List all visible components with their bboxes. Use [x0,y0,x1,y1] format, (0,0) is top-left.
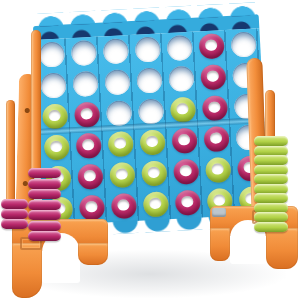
cell-r5c6 [201,154,235,187]
spare-ring-green [254,212,288,222]
cell-r1c6 [194,30,228,63]
disc-magenta [200,64,226,90]
cell-r2c2 [68,68,102,101]
disc-green [139,129,165,155]
empty-hole [40,72,66,98]
board-face [34,28,269,226]
spare-ring-magenta [28,221,61,231]
spare-ring-green [254,184,288,194]
cell-r4c5 [167,124,201,157]
disc-magenta [203,126,229,152]
cell-r2c5 [164,63,198,96]
disc-magenta [74,102,100,128]
disc-green [109,162,135,188]
spare-ring-green [254,193,288,203]
cell-r1c7 [226,28,260,61]
empty-hole [168,66,194,92]
cell-r4c2 [71,130,105,163]
disc-green [142,191,168,217]
cell-r4c4 [135,126,169,159]
spare-ring-magenta [28,179,61,189]
disc-green [42,103,68,129]
cell-r4c3 [103,128,137,161]
spare-ring-magenta [28,200,61,210]
spare-ring-green [254,203,288,213]
cell-r5c5 [169,155,203,188]
spare-ring-green [254,155,288,165]
cell-r2c1 [36,69,70,102]
spare-ring-magenta [1,219,28,229]
cell-r2c6 [196,61,230,94]
disc-green [205,157,231,183]
cell-r6c4 [139,188,173,221]
empty-hole [102,38,128,64]
spare-ring-magenta [28,168,61,178]
empty-hole [230,31,256,57]
disc-green [169,97,195,123]
empty-hole [105,100,131,126]
empty-hole [166,35,192,61]
left-leg-front-foot [12,243,42,298]
disc-magenta [173,159,199,185]
spare-ring-green [254,222,288,232]
spare-ring-magenta [1,209,28,219]
spare-ring-green [254,165,288,175]
empty-hole [104,69,130,95]
cell-r4c6 [199,123,233,156]
disc-magenta [201,95,227,121]
cell-r5c3 [105,159,139,192]
disc-magenta [77,164,103,190]
spare-ring-green [254,136,288,146]
empty-hole [134,36,160,62]
product-photo-stage [0,0,300,300]
empty-hole [38,41,64,67]
disc-magenta [198,33,224,59]
empty-hole [136,67,162,93]
empty-hole [72,71,98,97]
right-leg-back-foot [266,228,298,269]
left-front-spare-peg [31,30,41,176]
cell-r5c4 [137,157,171,190]
cell-r5c2 [73,160,107,193]
disc-magenta [75,133,101,159]
cell-r4c1 [40,131,74,164]
spare-ring-green [254,174,288,184]
right-leg-front-foot [210,228,230,261]
cell-r6c5 [171,186,205,219]
cell-r1c4 [131,33,165,66]
spare-ring-green [254,146,288,156]
disc-green [43,134,69,160]
disc-magenta [171,128,197,154]
spare-ring-magenta [1,199,28,209]
left-leg [12,203,112,300]
empty-hole [137,98,163,124]
gray-latch [212,208,226,217]
cell-r1c2 [67,37,101,70]
disc-green [107,131,133,157]
spare-ring-magenta [28,231,61,241]
spare-ring-magenta [28,210,61,220]
left-leg-back-foot [78,243,108,265]
disc-magenta [110,193,136,219]
disc-magenta [174,190,200,216]
cell-r1c5 [162,32,196,65]
disc-green [141,160,167,186]
empty-hole [70,40,96,66]
cell-r2c3 [100,66,134,99]
cell-r1c3 [99,35,133,68]
spare-ring-magenta [28,189,61,199]
cell-r2c4 [132,64,166,97]
